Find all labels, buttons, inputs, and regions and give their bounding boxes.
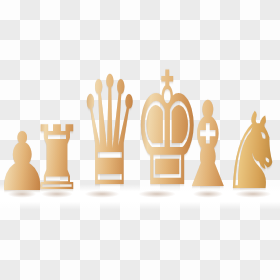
knight-base-shadow [229, 189, 277, 199]
chess-piece-set-photo: ♟ ♜ ♛ ♚ ♝ ♞ [0, 0, 280, 280]
queen-base-shadow [79, 189, 125, 199]
rook-base-shadow [36, 189, 78, 199]
bishop-base-shadow [188, 189, 228, 199]
king-base-shadow [132, 189, 182, 199]
